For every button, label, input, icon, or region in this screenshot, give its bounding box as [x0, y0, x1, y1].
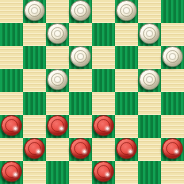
square-r2c6	[138, 46, 161, 69]
red-piece-r6c5[interactable]	[116, 138, 137, 159]
square-r0c4	[92, 0, 115, 23]
white-piece-r3c6[interactable]	[139, 69, 160, 90]
square-r2c0	[0, 46, 23, 69]
square-r7c2[interactable]	[46, 161, 69, 184]
square-r3c1	[23, 69, 46, 92]
square-r2c3[interactable]	[69, 46, 92, 69]
square-r7c1	[23, 161, 46, 184]
white-piece-r1c6[interactable]	[139, 23, 160, 44]
checkers-board	[0, 0, 184, 184]
square-r1c7	[161, 23, 184, 46]
square-r5c7	[161, 115, 184, 138]
square-r3c6[interactable]	[138, 69, 161, 92]
square-r6c6	[138, 138, 161, 161]
square-r6c5[interactable]	[115, 138, 138, 161]
square-r2c7[interactable]	[161, 46, 184, 69]
red-piece-r5c2[interactable]	[47, 115, 68, 136]
square-r1c1	[23, 23, 46, 46]
square-r1c3	[69, 23, 92, 46]
square-r0c5[interactable]	[115, 0, 138, 23]
square-r6c2	[46, 138, 69, 161]
square-r1c5	[115, 23, 138, 46]
square-r3c5	[115, 69, 138, 92]
square-r5c1	[23, 115, 46, 138]
square-r3c7	[161, 69, 184, 92]
square-r1c6[interactable]	[138, 23, 161, 46]
square-r5c2[interactable]	[46, 115, 69, 138]
white-piece-r2c7[interactable]	[162, 46, 183, 67]
square-r7c7	[161, 161, 184, 184]
red-piece-r7c4[interactable]	[93, 161, 114, 182]
square-r6c0	[0, 138, 23, 161]
square-r3c4[interactable]	[92, 69, 115, 92]
square-r7c3	[69, 161, 92, 184]
red-piece-r6c3[interactable]	[70, 138, 91, 159]
white-piece-r0c1[interactable]	[24, 0, 45, 21]
white-piece-r0c3[interactable]	[70, 0, 91, 21]
square-r2c2	[46, 46, 69, 69]
square-r4c0	[0, 92, 23, 115]
square-r5c6[interactable]	[138, 115, 161, 138]
square-r4c7[interactable]	[161, 92, 184, 115]
red-piece-r6c1[interactable]	[24, 138, 45, 159]
square-r3c3	[69, 69, 92, 92]
square-r6c3[interactable]	[69, 138, 92, 161]
square-r2c4	[92, 46, 115, 69]
square-r0c7[interactable]	[161, 0, 184, 23]
red-piece-r6c7[interactable]	[162, 138, 183, 159]
square-r1c2[interactable]	[46, 23, 69, 46]
square-r4c1[interactable]	[23, 92, 46, 115]
square-r0c1[interactable]	[23, 0, 46, 23]
square-r2c5[interactable]	[115, 46, 138, 69]
square-r4c4	[92, 92, 115, 115]
square-r4c2	[46, 92, 69, 115]
square-r1c0[interactable]	[0, 23, 23, 46]
square-r2c1[interactable]	[23, 46, 46, 69]
square-r5c3	[69, 115, 92, 138]
square-r5c0[interactable]	[0, 115, 23, 138]
square-r6c1[interactable]	[23, 138, 46, 161]
square-r3c0[interactable]	[0, 69, 23, 92]
square-r0c3[interactable]	[69, 0, 92, 23]
white-piece-r0c5[interactable]	[116, 0, 137, 21]
square-r4c3[interactable]	[69, 92, 92, 115]
white-piece-r2c3[interactable]	[70, 46, 91, 67]
white-piece-r1c2[interactable]	[47, 23, 68, 44]
square-r4c5[interactable]	[115, 92, 138, 115]
square-r0c2	[46, 0, 69, 23]
square-r0c0	[0, 0, 23, 23]
square-r6c7[interactable]	[161, 138, 184, 161]
square-r0c6	[138, 0, 161, 23]
red-piece-r5c4[interactable]	[93, 115, 114, 136]
square-r1c4[interactable]	[92, 23, 115, 46]
red-piece-r7c0[interactable]	[1, 161, 22, 182]
square-r6c4	[92, 138, 115, 161]
square-r4c6	[138, 92, 161, 115]
square-r7c4[interactable]	[92, 161, 115, 184]
square-r7c5	[115, 161, 138, 184]
square-r5c5	[115, 115, 138, 138]
square-r3c2[interactable]	[46, 69, 69, 92]
red-piece-r5c0[interactable]	[1, 115, 22, 136]
square-r7c6[interactable]	[138, 161, 161, 184]
square-r7c0[interactable]	[0, 161, 23, 184]
white-piece-r3c2[interactable]	[47, 69, 68, 90]
square-r5c4[interactable]	[92, 115, 115, 138]
